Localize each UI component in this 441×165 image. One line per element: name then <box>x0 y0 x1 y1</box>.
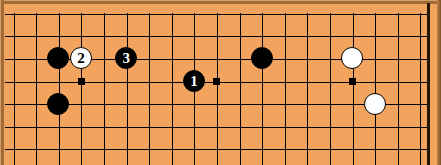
go-stone-black <box>47 93 69 115</box>
go-stone-black <box>251 47 273 69</box>
go-stone-black-move-3: 3 <box>115 47 137 69</box>
hoshi-star-point <box>349 78 356 85</box>
go-stone-white <box>341 47 363 69</box>
hoshi-star-point <box>213 78 220 85</box>
goban-grid: 231 <box>2 2 431 160</box>
go-stone-black <box>47 47 69 69</box>
board-frame-right-outer <box>437 0 441 165</box>
go-stone-black-move-1: 1 <box>183 70 205 92</box>
go-stone-white <box>364 93 386 115</box>
go-stone-white-move-2: 2 <box>70 47 92 69</box>
hoshi-star-point <box>78 78 85 85</box>
go-board-diagram: 231 <box>0 0 441 165</box>
